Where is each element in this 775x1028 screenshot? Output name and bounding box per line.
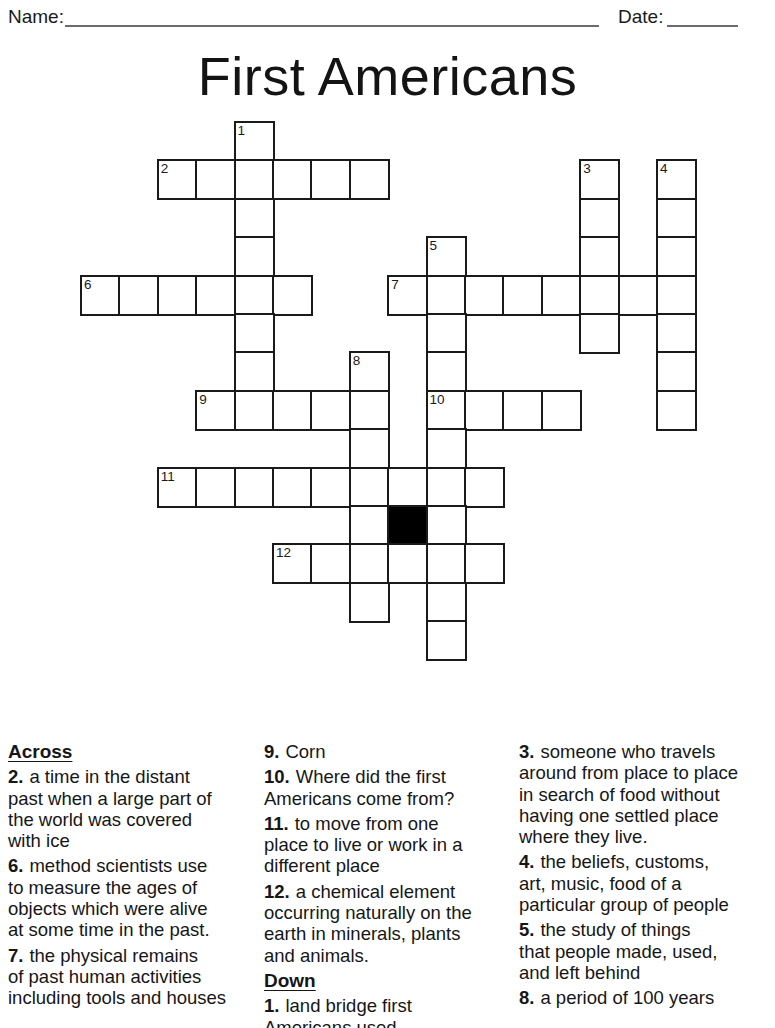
grid-cell-r10c10[interactable] — [426, 467, 467, 508]
clue-column-middle: 9.Corn 10.Where did the first Americans … — [264, 741, 514, 1028]
grid-cell-r5c6[interactable] — [272, 275, 313, 316]
grid-cell-r8c11[interactable] — [464, 390, 505, 431]
grid-cell-r10c6[interactable] — [272, 467, 313, 508]
grid-cell-r10c5[interactable] — [234, 467, 275, 508]
date-label: Date: — [618, 6, 663, 28]
clue-12-across: 12.a chemical element occurring naturall… — [264, 881, 514, 966]
grid-cell-r14c10[interactable] — [426, 620, 467, 661]
clue-number: 6 — [84, 278, 92, 292]
grid-cell-r8c12[interactable] — [502, 390, 543, 431]
grid-cell-r6c10[interactable] — [426, 313, 467, 354]
grid-cell-r5c1[interactable]: 6 — [80, 275, 121, 316]
clue-9-across: 9.Corn — [264, 741, 514, 762]
grid-cell-r11c10[interactable] — [426, 505, 467, 546]
grid-cell-r5c15[interactable] — [618, 275, 659, 316]
grid-cell-r6c14[interactable] — [579, 313, 620, 354]
grid-cell-r12c6[interactable]: 12 — [272, 543, 313, 584]
clue-5-down: 5.the study of things that people made, … — [519, 919, 771, 983]
grid-cell-r2c16[interactable]: 4 — [656, 159, 697, 200]
clue-10-across: 10.Where did the first Americans come fr… — [264, 766, 514, 809]
grid-cell-r7c16[interactable] — [656, 351, 697, 392]
grid-cell-r10c9[interactable] — [387, 467, 428, 508]
grid-cell-r10c4[interactable] — [195, 467, 236, 508]
grid-cell-r5c2[interactable] — [118, 275, 159, 316]
clue-number: 9 — [199, 393, 207, 407]
grid-cell-r10c3[interactable]: 11 — [157, 467, 198, 508]
grid-cell-r2c3[interactable]: 2 — [157, 159, 198, 200]
worksheet-page: Name: Date: First Americans 123456789101… — [0, 0, 775, 1028]
grid-cell-r3c14[interactable] — [579, 198, 620, 239]
clue-8-down: 8.a period of 100 years — [519, 987, 771, 1008]
name-label: Name: — [8, 6, 64, 28]
grid-cell-r8c5[interactable] — [234, 390, 275, 431]
grid-cell-r12c7[interactable] — [310, 543, 351, 584]
grid-cell-r2c6[interactable] — [272, 159, 313, 200]
grid-cell-r6c5[interactable] — [234, 313, 275, 354]
grid-cell-r10c11[interactable] — [464, 467, 505, 508]
grid-cell-r7c8[interactable]: 8 — [349, 351, 390, 392]
page-title: First Americans — [0, 46, 775, 106]
grid-cell-r8c6[interactable] — [272, 390, 313, 431]
grid-cell-r5c9[interactable]: 7 — [387, 275, 428, 316]
grid-cell-r5c10[interactable] — [426, 275, 467, 316]
down-heading: Down — [264, 970, 514, 991]
grid-cell-r4c16[interactable] — [656, 236, 697, 277]
clue-number: 7 — [391, 278, 399, 292]
clue-3-down: 3.someone who travels around from place … — [519, 741, 771, 847]
grid-cell-r5c3[interactable] — [157, 275, 198, 316]
grid-cell-r4c14[interactable] — [579, 236, 620, 277]
clue-6-across: 6.method scientists use to measure the a… — [8, 855, 260, 940]
clue-number: 8 — [353, 354, 361, 368]
clue-4-down: 4.the beliefs, customs, art, music, food… — [519, 851, 771, 915]
clue-number: 3 — [583, 162, 591, 176]
grid-cell-r2c8[interactable] — [349, 159, 390, 200]
grid-cell-r4c10[interactable]: 5 — [426, 236, 467, 277]
grid-cell-r1c5[interactable]: 1 — [234, 121, 275, 162]
grid-cell-r5c4[interactable] — [195, 275, 236, 316]
clue-7-across: 7.the physical remains of past human act… — [8, 945, 260, 1009]
grid-cell-r13c10[interactable] — [426, 582, 467, 623]
grid-cell-r12c8[interactable] — [349, 543, 390, 584]
clue-number: 10 — [430, 393, 445, 407]
grid-cell-r2c7[interactable] — [310, 159, 351, 200]
clue-number: 5 — [430, 239, 438, 253]
grid-cell-r13c8[interactable] — [349, 582, 390, 623]
grid-cell-r12c11[interactable] — [464, 543, 505, 584]
grid-cell-r5c5[interactable] — [234, 275, 275, 316]
date-input-line[interactable] — [667, 25, 738, 27]
grid-cell-r10c8[interactable] — [349, 467, 390, 508]
grid-cell-r2c5[interactable] — [234, 159, 275, 200]
grid-cell-r5c11[interactable] — [464, 275, 505, 316]
grid-cell-r2c4[interactable] — [195, 159, 236, 200]
clue-number: 12 — [276, 546, 291, 560]
clue-column-right: 3.someone who travels around from place … — [519, 741, 771, 1013]
grid-cell-r8c13[interactable] — [541, 390, 582, 431]
grid-cell-r7c5[interactable] — [234, 351, 275, 392]
clue-column-left: Across 2.a time in the distant past when… — [8, 741, 260, 1013]
blocked-cell — [387, 505, 428, 546]
grid-cell-r4c5[interactable] — [234, 236, 275, 277]
grid-cell-r6c16[interactable] — [656, 313, 697, 354]
clue-number: 2 — [161, 162, 169, 176]
clue-2-across: 2.a time in the distant past when a larg… — [8, 766, 260, 851]
grid-cell-r7c10[interactable] — [426, 351, 467, 392]
clue-11-across: 11.to move from one place to live or wor… — [264, 813, 514, 877]
grid-cell-r5c14[interactable] — [579, 275, 620, 316]
across-heading: Across — [8, 741, 260, 762]
grid-cell-r8c10[interactable]: 10 — [426, 390, 467, 431]
grid-cell-r10c7[interactable] — [310, 467, 351, 508]
grid-cell-r9c10[interactable] — [426, 428, 467, 469]
grid-cell-r12c9[interactable] — [387, 543, 428, 584]
grid-cell-r5c16[interactable] — [656, 275, 697, 316]
grid-cell-r3c16[interactable] — [656, 198, 697, 239]
grid-cell-r8c8[interactable] — [349, 390, 390, 431]
grid-cell-r11c8[interactable] — [349, 505, 390, 546]
name-input-line[interactable] — [65, 25, 599, 27]
grid-cell-r5c12[interactable] — [502, 275, 543, 316]
clue-1-down: 1.land bridge first Americans used — [264, 995, 514, 1028]
crossword-grid: 123456789101112 — [80, 121, 698, 662]
clue-number: 11 — [161, 470, 175, 484]
grid-cell-r2c14[interactable]: 3 — [579, 159, 620, 200]
grid-cell-r12c10[interactable] — [426, 543, 467, 584]
grid-cell-r8c7[interactable] — [310, 390, 351, 431]
grid-cell-r9c8[interactable] — [349, 428, 390, 469]
clue-number: 1 — [238, 124, 246, 138]
clue-number: 4 — [660, 162, 668, 176]
grid-cell-r3c5[interactable] — [234, 198, 275, 239]
grid-cell-r8c16[interactable] — [656, 390, 697, 431]
grid-cell-r8c4[interactable]: 9 — [195, 390, 236, 431]
grid-cell-r5c13[interactable] — [541, 275, 582, 316]
